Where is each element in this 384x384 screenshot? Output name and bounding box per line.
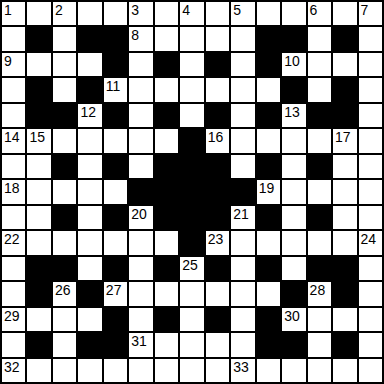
- cell-2-3[interactable]: [78, 53, 101, 76]
- cell-12-1[interactable]: [27, 308, 50, 331]
- block-cell-13-11: [282, 333, 305, 356]
- cell-10-9[interactable]: [231, 257, 254, 280]
- cell-0-0[interactable]: 1: [2, 2, 25, 25]
- block-cell-4-6: [155, 104, 178, 127]
- cell-0-5[interactable]: 3: [129, 2, 152, 25]
- block-cell-6-7: [180, 155, 203, 178]
- cell-12-11[interactable]: 30: [282, 308, 305, 331]
- block-cell-1-10: [257, 27, 280, 50]
- cell-1-5[interactable]: 8: [129, 27, 152, 50]
- cell-7-14[interactable]: [359, 180, 382, 203]
- block-cell-10-2: [53, 257, 76, 280]
- cell-14-8[interactable]: [206, 359, 229, 382]
- block-cell-2-4: [104, 53, 127, 76]
- block-cell-3-11: [282, 78, 305, 101]
- block-cell-1-13: [333, 27, 356, 50]
- block-cell-1-4: [104, 27, 127, 50]
- block-cell-10-4: [104, 257, 127, 280]
- cell-8-11[interactable]: [282, 206, 305, 229]
- cell-10-7[interactable]: 25: [180, 257, 203, 280]
- cell-11-0[interactable]: [2, 282, 25, 305]
- block-cell-12-10: [257, 308, 280, 331]
- cell-10-3[interactable]: [78, 257, 101, 280]
- clue-number-13: 13: [284, 104, 300, 120]
- cell-6-9[interactable]: [231, 155, 254, 178]
- block-cell-7-7: [180, 180, 203, 203]
- block-cell-4-1: [27, 104, 50, 127]
- cell-3-7[interactable]: [180, 78, 203, 101]
- cell-11-7[interactable]: [180, 282, 203, 305]
- block-cell-8-7: [180, 206, 203, 229]
- cell-1-2[interactable]: [53, 27, 76, 50]
- cell-3-0[interactable]: [2, 78, 25, 101]
- block-cell-6-4: [104, 155, 127, 178]
- cell-5-1[interactable]: 15: [27, 129, 50, 152]
- block-cell-9-7: [180, 231, 203, 254]
- cell-6-11[interactable]: [282, 155, 305, 178]
- cell-1-7[interactable]: [180, 27, 203, 50]
- cell-9-11[interactable]: [282, 231, 305, 254]
- cell-7-2[interactable]: [53, 180, 76, 203]
- cell-11-10[interactable]: [257, 282, 280, 305]
- cell-0-7[interactable]: 4: [180, 2, 203, 25]
- block-cell-3-3: [78, 78, 101, 101]
- cell-8-9[interactable]: 21: [231, 206, 254, 229]
- cell-13-8[interactable]: [206, 333, 229, 356]
- cell-0-14[interactable]: 7: [359, 2, 382, 25]
- clue-number-15: 15: [29, 129, 45, 145]
- cell-14-9[interactable]: 33: [231, 359, 254, 382]
- clue-number-23: 23: [208, 231, 224, 247]
- cell-9-3[interactable]: [78, 231, 101, 254]
- block-cell-6-8: [206, 155, 229, 178]
- clue-number-10: 10: [284, 53, 300, 69]
- cell-5-2[interactable]: [53, 129, 76, 152]
- cell-9-14[interactable]: 24: [359, 231, 382, 254]
- clue-number-4: 4: [182, 2, 190, 18]
- clue-number-7: 7: [361, 2, 369, 18]
- cell-7-4[interactable]: [104, 180, 127, 203]
- cell-14-7[interactable]: [180, 359, 203, 382]
- clue-number-20: 20: [131, 206, 147, 222]
- block-cell-13-10: [257, 333, 280, 356]
- block-cell-7-9: [231, 180, 254, 203]
- clue-number-33: 33: [233, 359, 249, 375]
- cell-0-9[interactable]: 5: [231, 2, 254, 25]
- block-cell-7-6: [155, 180, 178, 203]
- cell-2-12[interactable]: [308, 53, 331, 76]
- cell-3-2[interactable]: [53, 78, 76, 101]
- clue-number-31: 31: [131, 333, 147, 349]
- cell-10-14[interactable]: [359, 257, 382, 280]
- block-cell-10-6: [155, 257, 178, 280]
- cell-9-6[interactable]: [155, 231, 178, 254]
- cell-4-3[interactable]: 12: [78, 104, 101, 127]
- cell-2-9[interactable]: [231, 53, 254, 76]
- cell-4-11[interactable]: 13: [282, 104, 305, 127]
- block-cell-13-3: [78, 333, 101, 356]
- block-cell-3-1: [27, 78, 50, 101]
- block-cell-6-2: [53, 155, 76, 178]
- clue-number-30: 30: [284, 308, 300, 324]
- block-cell-10-12: [308, 257, 331, 280]
- cell-12-9[interactable]: [231, 308, 254, 331]
- block-cell-8-10: [257, 206, 280, 229]
- cell-9-13[interactable]: [333, 231, 356, 254]
- cell-10-5[interactable]: [129, 257, 152, 280]
- cell-13-14[interactable]: [359, 333, 382, 356]
- cell-2-14[interactable]: [359, 53, 382, 76]
- block-cell-4-4: [104, 104, 127, 127]
- cell-14-6[interactable]: [155, 359, 178, 382]
- cell-0-11[interactable]: [282, 2, 305, 25]
- block-cell-8-8: [206, 206, 229, 229]
- cell-6-3[interactable]: [78, 155, 101, 178]
- cell-0-4[interactable]: [104, 2, 127, 25]
- cell-11-8[interactable]: [206, 282, 229, 305]
- cell-13-6[interactable]: [155, 333, 178, 356]
- clue-number-14: 14: [4, 129, 20, 145]
- block-cell-11-13: [333, 282, 356, 305]
- cell-14-2[interactable]: [53, 359, 76, 382]
- block-cell-6-6: [155, 155, 178, 178]
- cell-12-14[interactable]: [359, 308, 382, 331]
- cell-11-14[interactable]: [359, 282, 382, 305]
- block-cell-10-1: [27, 257, 50, 280]
- clue-number-22: 22: [4, 231, 20, 247]
- clue-number-8: 8: [131, 27, 139, 43]
- cell-5-3[interactable]: [78, 129, 101, 152]
- cell-14-5[interactable]: [129, 359, 152, 382]
- cell-1-6[interactable]: [155, 27, 178, 50]
- cell-12-7[interactable]: [180, 308, 203, 331]
- cell-7-11[interactable]: [282, 180, 305, 203]
- cell-13-0[interactable]: [2, 333, 25, 356]
- clue-number-9: 9: [4, 53, 12, 69]
- cell-9-2[interactable]: [53, 231, 76, 254]
- clue-number-3: 3: [131, 2, 139, 18]
- block-cell-13-4: [104, 333, 127, 356]
- cell-12-13[interactable]: [333, 308, 356, 331]
- cell-3-5[interactable]: [129, 78, 152, 101]
- cell-9-12[interactable]: [308, 231, 331, 254]
- cell-7-12[interactable]: [308, 180, 331, 203]
- cell-0-6[interactable]: [155, 2, 178, 25]
- cell-6-5[interactable]: [129, 155, 152, 178]
- cell-5-9[interactable]: [231, 129, 254, 152]
- cell-10-11[interactable]: [282, 257, 305, 280]
- cell-4-7[interactable]: [180, 104, 203, 127]
- block-cell-3-13: [333, 78, 356, 101]
- cell-4-5[interactable]: [129, 104, 152, 127]
- cell-9-9[interactable]: [231, 231, 254, 254]
- clue-number-11: 11: [106, 78, 121, 94]
- block-cell-10-10: [257, 257, 280, 280]
- cell-7-10[interactable]: 19: [257, 180, 280, 203]
- cell-12-3[interactable]: [78, 308, 101, 331]
- clue-number-29: 29: [4, 308, 20, 324]
- cell-13-12[interactable]: [308, 333, 331, 356]
- clue-number-12: 12: [80, 104, 96, 120]
- clue-number-18: 18: [4, 180, 20, 196]
- cell-8-3[interactable]: [78, 206, 101, 229]
- cell-14-11[interactable]: [282, 359, 305, 382]
- cell-1-9[interactable]: [231, 27, 254, 50]
- cell-9-1[interactable]: [27, 231, 50, 254]
- crossword-board: 1234567891011121314151617181920212223242…: [0, 0, 384, 384]
- clue-number-16: 16: [208, 129, 224, 145]
- cell-13-7[interactable]: [180, 333, 203, 356]
- clue-number-25: 25: [182, 257, 198, 273]
- cell-1-14[interactable]: [359, 27, 382, 50]
- cell-8-5[interactable]: 20: [129, 206, 152, 229]
- cell-11-4[interactable]: 27: [104, 282, 127, 305]
- cell-14-1[interactable]: [27, 359, 50, 382]
- cell-4-14[interactable]: [359, 104, 382, 127]
- cell-12-12[interactable]: [308, 308, 331, 331]
- block-cell-5-7: [180, 129, 203, 152]
- block-cell-8-2: [53, 206, 76, 229]
- clue-number-5: 5: [233, 2, 241, 18]
- cell-8-1[interactable]: [27, 206, 50, 229]
- cell-10-0[interactable]: [2, 257, 25, 280]
- cell-2-5[interactable]: [129, 53, 152, 76]
- cell-6-1[interactable]: [27, 155, 50, 178]
- block-cell-8-12: [308, 206, 331, 229]
- block-cell-4-13: [333, 104, 356, 127]
- cell-0-1[interactable]: [27, 2, 50, 25]
- cell-5-5[interactable]: [129, 129, 152, 152]
- clue-number-24: 24: [361, 231, 377, 247]
- cell-6-0[interactable]: [2, 155, 25, 178]
- cell-0-13[interactable]: [333, 2, 356, 25]
- cell-14-4[interactable]: [104, 359, 127, 382]
- block-cell-8-6: [155, 206, 178, 229]
- clue-number-27: 27: [106, 282, 122, 298]
- cell-14-0[interactable]: 32: [2, 359, 25, 382]
- cell-11-5[interactable]: [129, 282, 152, 305]
- cell-14-12[interactable]: [308, 359, 331, 382]
- block-cell-7-8: [206, 180, 229, 203]
- cell-12-5[interactable]: [129, 308, 152, 331]
- cell-5-0[interactable]: 14: [2, 129, 25, 152]
- cell-14-10[interactable]: [257, 359, 280, 382]
- cell-9-4[interactable]: [104, 231, 127, 254]
- block-cell-6-10: [257, 155, 280, 178]
- cell-9-10[interactable]: [257, 231, 280, 254]
- cell-1-12[interactable]: [308, 27, 331, 50]
- block-cell-4-12: [308, 104, 331, 127]
- clue-number-1: 1: [4, 2, 12, 18]
- cell-7-13[interactable]: [333, 180, 356, 203]
- cell-5-12[interactable]: [308, 129, 331, 152]
- cell-5-11[interactable]: [282, 129, 305, 152]
- cell-2-0[interactable]: 9: [2, 53, 25, 76]
- block-cell-4-8: [206, 104, 229, 127]
- block-cell-12-4: [104, 308, 127, 331]
- cell-14-3[interactable]: [78, 359, 101, 382]
- cell-0-3[interactable]: [78, 2, 101, 25]
- cell-2-13[interactable]: [333, 53, 356, 76]
- block-cell-12-6: [155, 308, 178, 331]
- cell-5-4[interactable]: [104, 129, 127, 152]
- cell-9-5[interactable]: [129, 231, 152, 254]
- block-cell-2-6: [155, 53, 178, 76]
- cell-14-13[interactable]: [333, 359, 356, 382]
- cell-13-5[interactable]: 31: [129, 333, 152, 356]
- cell-1-8[interactable]: [206, 27, 229, 50]
- clue-number-32: 32: [4, 359, 20, 375]
- block-cell-1-11: [282, 27, 305, 50]
- block-cell-4-10: [257, 104, 280, 127]
- cell-2-2[interactable]: [53, 53, 76, 76]
- cell-2-11[interactable]: 10: [282, 53, 305, 76]
- cell-6-14[interactable]: [359, 155, 382, 178]
- cell-3-10[interactable]: [257, 78, 280, 101]
- block-cell-11-11: [282, 282, 305, 305]
- cell-0-12[interactable]: 6: [308, 2, 331, 25]
- block-cell-7-5: [129, 180, 152, 203]
- cell-3-9[interactable]: [231, 78, 254, 101]
- block-cell-11-1: [27, 282, 50, 305]
- cell-0-8[interactable]: [206, 2, 229, 25]
- clue-number-17: 17: [335, 129, 351, 145]
- block-cell-11-3: [78, 282, 101, 305]
- block-cell-13-1: [27, 333, 50, 356]
- clue-number-21: 21: [233, 206, 249, 222]
- cell-0-10[interactable]: [257, 2, 280, 25]
- cell-12-2[interactable]: [53, 308, 76, 331]
- cell-7-3[interactable]: [78, 180, 101, 203]
- block-cell-10-13: [333, 257, 356, 280]
- cell-3-4[interactable]: 11: [104, 78, 127, 101]
- cell-8-14[interactable]: [359, 206, 382, 229]
- cell-11-2[interactable]: 26: [53, 282, 76, 305]
- cell-13-9[interactable]: [231, 333, 254, 356]
- cell-8-13[interactable]: [333, 206, 356, 229]
- cell-3-12[interactable]: [308, 78, 331, 101]
- block-cell-1-3: [78, 27, 101, 50]
- clue-number-2: 2: [55, 2, 63, 18]
- block-cell-2-8: [206, 53, 229, 76]
- cell-7-0[interactable]: 18: [2, 180, 25, 203]
- cell-6-13[interactable]: [333, 155, 356, 178]
- cell-5-13[interactable]: 17: [333, 129, 356, 152]
- cell-3-6[interactable]: [155, 78, 178, 101]
- block-cell-8-4: [104, 206, 127, 229]
- clue-number-6: 6: [310, 2, 318, 18]
- cell-11-12[interactable]: 28: [308, 282, 331, 305]
- block-cell-12-8: [206, 308, 229, 331]
- cell-8-0[interactable]: [2, 206, 25, 229]
- cell-5-14[interactable]: [359, 129, 382, 152]
- cell-12-0[interactable]: 29: [2, 308, 25, 331]
- cell-4-9[interactable]: [231, 104, 254, 127]
- cell-11-6[interactable]: [155, 282, 178, 305]
- clue-number-26: 26: [55, 282, 71, 298]
- clue-number-19: 19: [259, 180, 275, 196]
- cell-9-0[interactable]: 22: [2, 231, 25, 254]
- block-cell-6-12: [308, 155, 331, 178]
- cell-2-7[interactable]: [180, 53, 203, 76]
- block-cell-4-2: [53, 104, 76, 127]
- block-cell-10-8: [206, 257, 229, 280]
- cell-0-2[interactable]: 2: [53, 2, 76, 25]
- block-cell-13-13: [333, 333, 356, 356]
- block-cell-1-1: [27, 27, 50, 50]
- cell-5-6[interactable]: [155, 129, 178, 152]
- cell-5-10[interactable]: [257, 129, 280, 152]
- block-cell-2-10: [257, 53, 280, 76]
- cell-3-8[interactable]: [206, 78, 229, 101]
- cell-3-14[interactable]: [359, 78, 382, 101]
- cell-4-0[interactable]: [2, 104, 25, 127]
- cell-2-1[interactable]: [27, 53, 50, 76]
- cell-7-1[interactable]: [27, 180, 50, 203]
- cell-13-2[interactable]: [53, 333, 76, 356]
- cell-11-9[interactable]: [231, 282, 254, 305]
- cell-9-8[interactable]: 23: [206, 231, 229, 254]
- clue-number-28: 28: [310, 282, 326, 298]
- cell-1-0[interactable]: [2, 27, 25, 50]
- cell-5-8[interactable]: 16: [206, 129, 229, 152]
- cell-14-14[interactable]: [359, 359, 382, 382]
